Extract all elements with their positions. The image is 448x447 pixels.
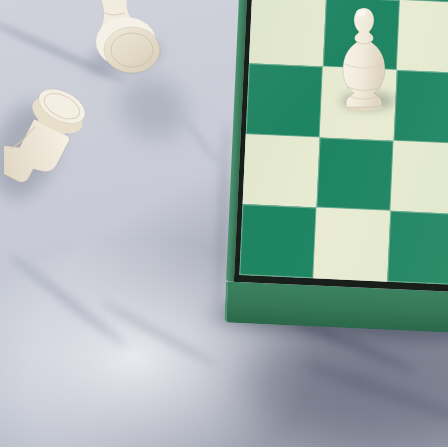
square-c2: [390, 141, 448, 215]
square-c4: [397, 0, 448, 73]
square-a1: [239, 204, 316, 278]
white-piece-lying-offboard: [72, 0, 172, 80]
marble-vein: [298, 357, 448, 429]
square-c1: [387, 211, 448, 285]
square-a3: [246, 63, 323, 137]
white-bishop-on-b3: [333, 1, 395, 114]
square-c3: [394, 70, 448, 144]
square-a2: [243, 134, 320, 208]
marble-vein: [99, 298, 221, 370]
square-a4: [249, 0, 326, 67]
white-knight-lying-offboard: [4, 80, 96, 198]
square-b1: [313, 208, 390, 282]
chess-set-photo: [0, 0, 448, 447]
box-front-wall: [224, 281, 448, 343]
square-b2: [316, 137, 393, 211]
marble-vein: [5, 251, 128, 350]
marble-vein: [182, 117, 223, 167]
